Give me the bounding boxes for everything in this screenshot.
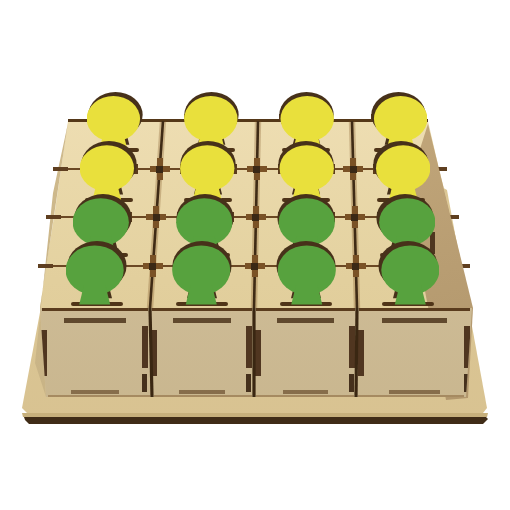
disc-r4c4-green[interactable] xyxy=(377,240,439,306)
disc-layer xyxy=(0,0,510,510)
disc-r4c1-green[interactable] xyxy=(66,240,128,306)
disc-r4c3-green[interactable] xyxy=(275,240,337,306)
board-photo xyxy=(0,0,510,510)
disc-r4c2-green[interactable] xyxy=(171,240,233,306)
